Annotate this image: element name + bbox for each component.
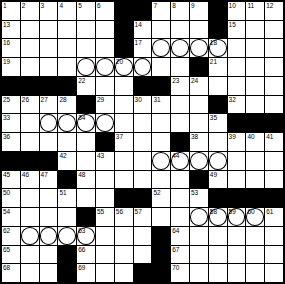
cell-r8c12[interactable]	[209, 133, 227, 151]
clue-number: 47	[41, 171, 48, 178]
cell-r15c13[interactable]	[228, 264, 246, 282]
clue-number: 13	[3, 21, 10, 28]
clue-number: 19	[3, 58, 10, 65]
cell-r7c8[interactable]	[134, 114, 152, 132]
cell-r1c4[interactable]: 4	[58, 2, 76, 20]
cell-r10c7[interactable]	[115, 171, 133, 189]
clue-number: 14	[135, 21, 142, 28]
clue-number: 50	[3, 189, 10, 196]
cell-r1c2[interactable]: 2	[21, 2, 39, 20]
cell-r11c1[interactable]: 50	[2, 189, 20, 207]
cell-r7c2[interactable]	[21, 114, 39, 132]
clue-number: 56	[116, 208, 123, 215]
circle-marker	[171, 39, 189, 57]
clue-number: 52	[153, 189, 160, 196]
cell-r4c11	[190, 58, 208, 76]
cell-r13c4[interactable]	[58, 227, 76, 245]
cell-r7c14	[246, 114, 264, 132]
cell-r5c7[interactable]	[115, 77, 133, 95]
cell-r5c2	[21, 77, 39, 95]
cell-r7c7[interactable]	[115, 114, 133, 132]
cell-r10c10[interactable]	[171, 171, 189, 189]
cell-r5c6[interactable]	[96, 77, 114, 95]
cell-r14c2[interactable]	[21, 246, 39, 264]
clue-number: 58	[210, 208, 217, 215]
clue-number: 42	[59, 152, 66, 159]
cell-r12c11[interactable]	[190, 208, 208, 226]
cell-r15c7[interactable]	[115, 264, 133, 282]
cell-r1c10[interactable]: 8	[171, 2, 189, 20]
circle-marker	[190, 39, 208, 57]
clue-number: 23	[172, 77, 179, 84]
clue-number: 45	[3, 171, 10, 178]
cell-r13c14[interactable]	[246, 227, 264, 245]
cell-r5c1	[2, 77, 20, 95]
circle-marker	[96, 58, 114, 76]
circle-marker	[58, 227, 76, 245]
cell-r8c10	[171, 133, 189, 151]
cell-r4c5[interactable]	[77, 58, 95, 76]
cell-r11c9[interactable]: 52	[152, 189, 170, 207]
cell-r10c11	[190, 171, 208, 189]
cell-r8c2[interactable]	[21, 133, 39, 151]
cell-r5c13[interactable]	[228, 77, 246, 95]
clue-number: 48	[78, 171, 85, 178]
cell-r4c2[interactable]	[21, 58, 39, 76]
cell-r4c9[interactable]	[152, 58, 170, 76]
cell-r3c15[interactable]	[265, 39, 283, 57]
cell-r4c6[interactable]	[96, 58, 114, 76]
clue-number: 63	[78, 227, 85, 234]
cell-r12c1[interactable]: 54	[2, 208, 20, 226]
cell-r10c8[interactable]	[134, 171, 152, 189]
cell-r12c5	[77, 208, 95, 226]
cell-r9c4[interactable]: 42	[58, 152, 76, 170]
cell-r6c2[interactable]: 26	[21, 96, 39, 114]
clue-number: 26	[22, 96, 29, 103]
cell-r14c9	[152, 246, 170, 264]
clue-number: 29	[97, 96, 104, 103]
cell-r12c10[interactable]	[171, 208, 189, 226]
cell-r3c10[interactable]	[171, 39, 189, 57]
cell-r11c8	[134, 189, 152, 207]
cell-r5c3	[40, 77, 58, 95]
clue-number: 70	[172, 264, 179, 271]
cell-r2c2[interactable]	[21, 21, 39, 39]
clue-number: 17	[135, 39, 142, 46]
cell-r9c6[interactable]: 43	[96, 152, 114, 170]
circle-marker	[152, 39, 170, 57]
cell-r10c9[interactable]	[152, 171, 170, 189]
cell-r13c15[interactable]	[265, 227, 283, 245]
cell-r12c7[interactable]: 56	[115, 208, 133, 226]
clue-number: 10	[229, 2, 236, 9]
cell-r2c9[interactable]	[152, 21, 170, 39]
cell-r5c4	[58, 77, 76, 95]
circle-marker	[209, 152, 227, 170]
cell-r6c3[interactable]: 27	[40, 96, 58, 114]
clue-number: 36	[3, 133, 10, 140]
cell-r8c5[interactable]	[77, 133, 95, 151]
cell-r2c10[interactable]	[171, 21, 189, 39]
clue-number: 27	[41, 96, 48, 103]
cell-r10c5[interactable]: 48	[77, 171, 95, 189]
clue-number: 35	[210, 114, 217, 121]
cell-r9c8[interactable]	[134, 152, 152, 170]
cell-r7c5[interactable]: 34	[77, 114, 95, 132]
cell-r3c13[interactable]	[228, 39, 246, 57]
cell-r14c3[interactable]	[40, 246, 58, 264]
clue-number: 55	[97, 208, 104, 215]
cell-r1c5[interactable]: 5	[77, 2, 95, 20]
cell-r13c13[interactable]	[228, 227, 246, 245]
cell-r5c10[interactable]: 23	[171, 77, 189, 95]
cell-r9c10[interactable]: 44	[171, 152, 189, 170]
cell-r2c11[interactable]	[190, 21, 208, 39]
cell-r11c2[interactable]	[21, 189, 39, 207]
cell-r4c15[interactable]	[265, 58, 283, 76]
cell-r12c3[interactable]	[40, 208, 58, 226]
clue-number: 18	[210, 39, 217, 46]
cell-r4c3[interactable]	[40, 58, 58, 76]
clue-number: 51	[59, 189, 66, 196]
cell-r7c15	[265, 114, 283, 132]
cell-r11c6[interactable]	[96, 189, 114, 207]
clue-number: 11	[247, 2, 254, 9]
cell-r6c14[interactable]	[246, 96, 264, 114]
cell-r8c14[interactable]: 40	[246, 133, 264, 151]
cell-r10c1[interactable]: 45	[2, 171, 20, 189]
clue-number: 2	[22, 2, 26, 9]
cell-r11c7	[115, 189, 133, 207]
cell-r9c15[interactable]	[265, 152, 283, 170]
cell-r4c4[interactable]	[58, 58, 76, 76]
cell-r4c10[interactable]	[171, 58, 189, 76]
cell-r6c9[interactable]: 31	[152, 96, 170, 114]
clue-number: 22	[78, 77, 85, 84]
clue-number: 4	[59, 2, 63, 9]
cell-r8c15[interactable]: 41	[265, 133, 283, 151]
cell-r14c5[interactable]: 66	[77, 246, 95, 264]
clue-number: 16	[3, 39, 10, 46]
cell-r15c9	[152, 264, 170, 282]
cell-r14c12[interactable]	[209, 246, 227, 264]
cell-r15c14[interactable]	[246, 264, 264, 282]
cell-r11c5[interactable]	[77, 189, 95, 207]
cell-r5c8	[134, 77, 152, 95]
cell-r12c2[interactable]	[21, 208, 39, 226]
cell-r15c11[interactable]	[190, 264, 208, 282]
clue-number: 65	[3, 246, 10, 253]
cell-r4c14[interactable]	[246, 58, 264, 76]
cell-r15c2[interactable]	[21, 264, 39, 282]
cell-r8c1[interactable]: 36	[2, 133, 20, 151]
cell-r9c12[interactable]	[209, 152, 227, 170]
cell-r15c4	[58, 264, 76, 282]
clue-number: 54	[3, 208, 10, 215]
cell-r1c7	[115, 2, 133, 20]
cell-r10c15[interactable]	[265, 171, 283, 189]
clue-number: 66	[78, 246, 85, 253]
clue-number: 60	[247, 208, 254, 215]
cell-r6c12	[209, 96, 227, 114]
cell-r5c11[interactable]: 24	[190, 77, 208, 95]
clue-number: 34	[78, 114, 85, 121]
cell-r6c13[interactable]: 32	[228, 96, 246, 114]
cell-r11c14	[246, 189, 264, 207]
cell-r13c7[interactable]	[115, 227, 133, 245]
clue-number: 46	[22, 171, 29, 178]
cell-r11c3[interactable]	[40, 189, 58, 207]
cell-r1c3[interactable]: 3	[40, 2, 58, 20]
cell-r8c13[interactable]: 39	[228, 133, 246, 151]
cell-r14c8[interactable]	[134, 246, 152, 264]
cell-r10c2[interactable]: 46	[21, 171, 39, 189]
cell-r6c7[interactable]	[115, 96, 133, 114]
cell-r15c5[interactable]: 69	[77, 264, 95, 282]
cell-r15c6[interactable]	[96, 264, 114, 282]
clue-number: 1	[3, 2, 7, 9]
cell-r7c6[interactable]	[96, 114, 114, 132]
cell-r1c14[interactable]: 11	[246, 2, 264, 20]
clue-number: 53	[191, 189, 198, 196]
clue-number: 8	[172, 2, 176, 9]
cell-r1c13[interactable]: 10	[228, 2, 246, 20]
cell-r4c7[interactable]: 20	[115, 58, 133, 76]
clue-number: 3	[41, 2, 45, 9]
cell-r9c7[interactable]	[115, 152, 133, 170]
clue-number: 15	[229, 21, 236, 28]
clue-number: 68	[3, 264, 10, 271]
cell-r13c11[interactable]	[190, 227, 208, 245]
cell-r4c1[interactable]: 19	[2, 58, 20, 76]
cell-r5c14[interactable]	[246, 77, 264, 95]
clue-number: 7	[153, 2, 157, 9]
cell-r5c12[interactable]	[209, 77, 227, 95]
cell-r3c14[interactable]	[246, 39, 264, 57]
cell-r6c1[interactable]: 25	[2, 96, 20, 114]
circle-marker	[21, 227, 39, 245]
cell-r11c11[interactable]: 53	[190, 189, 208, 207]
cell-r2c15[interactable]	[265, 21, 283, 39]
cell-r3c7	[115, 39, 133, 57]
cell-r7c12[interactable]: 35	[209, 114, 227, 132]
cell-r1c8	[134, 2, 152, 20]
cell-r8c7[interactable]: 37	[115, 133, 133, 151]
cell-r2c14[interactable]	[246, 21, 264, 39]
cell-r1c15[interactable]: 12	[265, 2, 283, 20]
cell-r3c9[interactable]	[152, 39, 170, 57]
cell-r6c11[interactable]	[190, 96, 208, 114]
cell-r12c6[interactable]: 55	[96, 208, 114, 226]
cell-r3c1[interactable]: 16	[2, 39, 20, 57]
clue-number: 39	[229, 133, 236, 140]
cell-r7c1[interactable]: 33	[2, 114, 20, 132]
clue-number: 28	[59, 96, 66, 103]
cell-r7c11[interactable]	[190, 114, 208, 132]
cell-r7c10[interactable]	[171, 114, 189, 132]
cell-r8c4[interactable]	[58, 133, 76, 151]
cell-r12c13[interactable]: 59	[228, 208, 246, 226]
cell-r14c10[interactable]: 67	[171, 246, 189, 264]
clue-number: 67	[172, 246, 179, 253]
circle-marker	[152, 152, 170, 170]
clue-number: 43	[97, 152, 104, 159]
clue-number: 64	[172, 227, 179, 234]
cell-r10c3[interactable]: 47	[40, 171, 58, 189]
cell-r12c8[interactable]: 57	[134, 208, 152, 226]
cell-r1c6[interactable]: 6	[96, 2, 114, 20]
clue-number: 62	[3, 227, 10, 234]
cell-r9c1	[2, 152, 20, 170]
cell-r11c4[interactable]: 51	[58, 189, 76, 207]
cell-r3c12[interactable]: 18	[209, 39, 227, 57]
clue-number: 5	[78, 2, 82, 9]
cell-r13c8[interactable]	[134, 227, 152, 245]
cell-r10c13[interactable]	[228, 171, 246, 189]
cell-r15c10[interactable]: 70	[171, 264, 189, 282]
cell-r1c11[interactable]: 9	[190, 2, 208, 20]
cell-r7c4[interactable]	[58, 114, 76, 132]
cell-r3c11[interactable]	[190, 39, 208, 57]
cell-r2c8[interactable]: 14	[134, 21, 152, 39]
cell-r11c12	[209, 189, 227, 207]
cell-r10c4	[58, 171, 76, 189]
cell-r8c9[interactable]	[152, 133, 170, 151]
cell-r10c12[interactable]: 49	[209, 171, 227, 189]
cell-r14c13[interactable]	[228, 246, 246, 264]
cell-r14c11[interactable]	[190, 246, 208, 264]
cell-r13c2[interactable]	[21, 227, 39, 245]
cell-r4c12[interactable]: 21	[209, 58, 227, 76]
cell-r15c12[interactable]	[209, 264, 227, 282]
cell-r8c8[interactable]	[134, 133, 152, 151]
cell-r14c15[interactable]	[265, 246, 283, 264]
cell-r7c3[interactable]	[40, 114, 58, 132]
cell-r1c12	[209, 2, 227, 20]
clue-number: 61	[266, 208, 273, 215]
cell-r3c4[interactable]	[58, 39, 76, 57]
cell-r6c4[interactable]: 28	[58, 96, 76, 114]
cell-r12c15[interactable]: 61	[265, 208, 283, 226]
cell-r2c4[interactable]	[58, 21, 76, 39]
cell-r11c10[interactable]	[171, 189, 189, 207]
cell-r1c9[interactable]: 7	[152, 2, 170, 20]
cell-r6c8[interactable]: 30	[134, 96, 152, 114]
cell-r8c11[interactable]: 38	[190, 133, 208, 151]
clue-number: 25	[3, 96, 10, 103]
cell-r2c6[interactable]	[96, 21, 114, 39]
cell-r15c15[interactable]	[265, 264, 283, 282]
cell-r2c13[interactable]: 15	[228, 21, 246, 39]
cell-r9c9[interactable]	[152, 152, 170, 170]
cell-r11c15	[265, 189, 283, 207]
cell-r4c13[interactable]	[228, 58, 246, 76]
cell-r13c10[interactable]: 64	[171, 227, 189, 245]
cell-r13c3[interactable]	[40, 227, 58, 245]
cell-r3c3[interactable]	[40, 39, 58, 57]
cell-r3c5[interactable]	[77, 39, 95, 57]
clue-number: 59	[229, 208, 236, 215]
cell-r6c10[interactable]	[171, 96, 189, 114]
circle-marker	[190, 152, 208, 170]
cell-r9c11[interactable]	[190, 152, 208, 170]
cell-r9c14[interactable]	[246, 152, 264, 170]
cell-r6c5	[77, 96, 95, 114]
clue-number: 20	[116, 58, 123, 65]
circle-marker	[40, 114, 58, 132]
cell-r12c9[interactable]	[152, 208, 170, 226]
cell-r4c8[interactable]	[134, 58, 152, 76]
cell-r13c1[interactable]: 62	[2, 227, 20, 245]
cell-r14c7[interactable]	[115, 246, 133, 264]
cell-r9c2	[21, 152, 39, 170]
cell-r15c1[interactable]: 68	[2, 264, 20, 282]
cell-r6c15[interactable]	[265, 96, 283, 114]
cell-r15c8	[134, 264, 152, 282]
cell-r9c5[interactable]	[77, 152, 95, 170]
clue-number: 9	[191, 2, 195, 9]
circle-marker	[190, 208, 208, 226]
cell-r13c5[interactable]: 63	[77, 227, 95, 245]
cell-r2c7	[115, 21, 133, 39]
cell-r2c5[interactable]	[77, 21, 95, 39]
cell-r14c14[interactable]	[246, 246, 264, 264]
clue-number: 37	[116, 133, 123, 140]
cell-r3c2[interactable]	[21, 39, 39, 57]
crossword-grid: 1234567891011121314151617181920212223242…	[0, 0, 285, 284]
clue-number: 24	[191, 77, 198, 84]
cell-r13c6[interactable]	[96, 227, 114, 245]
cell-r1c1[interactable]: 1	[2, 2, 20, 20]
clue-number: 40	[247, 133, 254, 140]
clue-number: 12	[266, 2, 273, 9]
cell-r2c1[interactable]: 13	[2, 21, 20, 39]
cell-r10c14[interactable]	[246, 171, 264, 189]
circle-marker	[96, 114, 114, 132]
cell-r5c15[interactable]	[265, 77, 283, 95]
clue-number: 32	[229, 96, 236, 103]
cell-r2c3[interactable]	[40, 21, 58, 39]
cell-r7c9[interactable]	[152, 114, 170, 132]
clue-number: 38	[191, 133, 198, 140]
circle-marker	[134, 58, 152, 76]
cell-r14c6[interactable]	[96, 246, 114, 264]
cell-r8c3[interactable]	[40, 133, 58, 151]
clue-number: 21	[210, 58, 217, 65]
cell-r10c6[interactable]	[96, 171, 114, 189]
cell-r12c12[interactable]: 58	[209, 208, 227, 226]
cell-r12c14[interactable]: 60	[246, 208, 264, 226]
cell-r13c12[interactable]	[209, 227, 227, 245]
clue-number: 41	[266, 133, 273, 140]
cell-r3c6[interactable]	[96, 39, 114, 57]
cell-r6c6[interactable]: 29	[96, 96, 114, 114]
cell-r2c12	[209, 21, 227, 39]
cell-r9c13[interactable]	[228, 152, 246, 170]
cell-r5c5[interactable]: 22	[77, 77, 95, 95]
clue-number: 49	[210, 171, 217, 178]
cell-r7c13	[228, 114, 246, 132]
cell-r11c13	[228, 189, 246, 207]
cell-r15c3[interactable]	[40, 264, 58, 282]
cell-r14c1[interactable]: 65	[2, 246, 20, 264]
circle-marker	[40, 227, 58, 245]
cell-r14c4	[58, 246, 76, 264]
cell-r12c4[interactable]	[58, 208, 76, 226]
cell-r3c8[interactable]: 17	[134, 39, 152, 57]
clue-number: 33	[3, 114, 10, 121]
